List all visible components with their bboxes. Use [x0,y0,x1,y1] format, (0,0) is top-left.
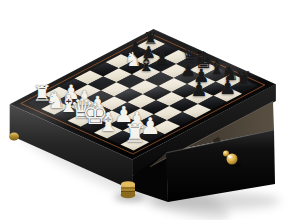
piece-white-rook[interactable]: ♜ [123,121,146,146]
brass-foot-front [121,181,136,198]
piece-white-bishop[interactable]: ♝ [97,109,120,135]
product-photo-stage: ♜♛♚♝♞♜♟♟♟♟♟♟♞♝♟♟♟♟♟♟♟♜♞♝♛♚♝♜ [0,0,290,220]
brass-foot-left [9,133,19,141]
piece-black-pawn[interactable]: ♟ [190,80,207,100]
piece-black-rook[interactable]: ♜ [234,69,252,89]
piece-black-bishop[interactable]: ♝ [137,56,155,76]
piece-black-pawn[interactable]: ♟ [154,50,169,67]
piece-black-pawn[interactable]: ♟ [219,78,236,97]
